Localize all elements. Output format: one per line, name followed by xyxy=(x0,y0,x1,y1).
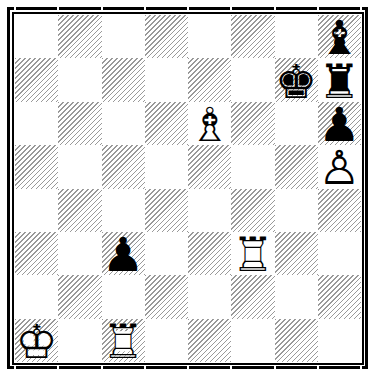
border-tick xyxy=(57,7,59,10)
square-h5[interactable]: ♟♙ xyxy=(318,145,361,188)
square-a2[interactable] xyxy=(15,275,58,318)
square-e8[interactable] xyxy=(188,15,231,58)
border-tick xyxy=(57,366,59,369)
square-h8[interactable]: ♝ xyxy=(318,15,361,58)
square-h7[interactable]: ♜ xyxy=(318,58,361,101)
square-h4[interactable] xyxy=(318,189,361,232)
piece-fill-white-king: ♚ xyxy=(15,320,58,363)
square-d7[interactable] xyxy=(145,58,188,101)
square-g2[interactable] xyxy=(275,275,318,318)
square-e7[interactable] xyxy=(188,58,231,101)
border-tick xyxy=(187,7,189,10)
square-d6[interactable] xyxy=(145,102,188,145)
square-d4[interactable] xyxy=(145,189,188,232)
square-e6[interactable]: ♝♗ xyxy=(188,102,231,145)
square-g6[interactable] xyxy=(275,102,318,145)
border-tick xyxy=(230,366,232,369)
border-tick xyxy=(187,366,189,369)
square-b1[interactable] xyxy=(58,319,101,362)
square-b5[interactable] xyxy=(58,145,101,188)
square-c6[interactable] xyxy=(102,102,145,145)
square-a1[interactable]: ♚♔ xyxy=(15,319,58,362)
square-b4[interactable] xyxy=(58,189,101,232)
square-c1[interactable]: ♜♖ xyxy=(102,319,145,362)
square-a7[interactable] xyxy=(15,58,58,101)
square-g5[interactable] xyxy=(275,145,318,188)
square-c3[interactable]: ♟ xyxy=(102,232,145,275)
border-tick xyxy=(274,7,276,10)
square-e5[interactable] xyxy=(188,145,231,188)
border-tick xyxy=(360,366,362,369)
square-e1[interactable] xyxy=(188,319,231,362)
square-d1[interactable] xyxy=(145,319,188,362)
piece-black-pawn-icon: ♟ xyxy=(318,103,361,146)
square-b2[interactable] xyxy=(58,275,101,318)
square-d5[interactable] xyxy=(145,145,188,188)
square-b7[interactable] xyxy=(58,58,101,101)
square-b8[interactable] xyxy=(58,15,101,58)
piece-fill-white-pawn: ♟ xyxy=(318,146,361,189)
piece-white-king-icon: ♔ xyxy=(15,320,58,363)
chess-diagram: ♝♚♜♝♗♟♟♙♟♜♖♚♔♜♖ xyxy=(0,0,375,376)
border-tick xyxy=(144,7,146,10)
square-d3[interactable] xyxy=(145,232,188,275)
square-c8[interactable] xyxy=(102,15,145,58)
square-f1[interactable] xyxy=(231,319,274,362)
piece-black-rook-icon: ♜ xyxy=(318,59,361,102)
border-tick xyxy=(101,366,103,369)
square-f2[interactable] xyxy=(231,275,274,318)
piece-black-king-icon: ♚ xyxy=(275,59,318,102)
square-d8[interactable] xyxy=(145,15,188,58)
square-f3[interactable]: ♜♖ xyxy=(231,232,274,275)
square-g7[interactable]: ♚ xyxy=(275,58,318,101)
piece-white-rook-icon: ♖ xyxy=(102,320,145,363)
piece-white-rook-icon: ♖ xyxy=(231,233,274,276)
square-h2[interactable] xyxy=(318,275,361,318)
border-tick xyxy=(144,366,146,369)
square-f7[interactable] xyxy=(231,58,274,101)
square-e4[interactable] xyxy=(188,189,231,232)
piece-fill-white-rook: ♜ xyxy=(102,320,145,363)
square-f6[interactable] xyxy=(231,102,274,145)
square-f4[interactable] xyxy=(231,189,274,232)
square-a4[interactable] xyxy=(15,189,58,232)
piece-black-pawn-icon: ♟ xyxy=(102,233,145,276)
piece-white-bishop-icon: ♗ xyxy=(188,103,231,146)
piece-fill-white-rook: ♜ xyxy=(231,233,274,276)
square-a5[interactable] xyxy=(15,145,58,188)
border-tick xyxy=(274,366,276,369)
square-a6[interactable] xyxy=(15,102,58,145)
square-g4[interactable] xyxy=(275,189,318,232)
piece-black-bishop-icon: ♝ xyxy=(318,16,361,59)
square-g8[interactable] xyxy=(275,15,318,58)
piece-white-pawn-icon: ♙ xyxy=(318,146,361,189)
border-tick xyxy=(230,7,232,10)
square-a3[interactable] xyxy=(15,232,58,275)
border-tick xyxy=(14,7,16,10)
square-f5[interactable] xyxy=(231,145,274,188)
square-c7[interactable] xyxy=(102,58,145,101)
square-c5[interactable] xyxy=(102,145,145,188)
board: ♝♚♜♝♗♟♟♙♟♜♖♚♔♜♖ xyxy=(15,15,361,362)
square-c4[interactable] xyxy=(102,189,145,232)
square-a8[interactable] xyxy=(15,15,58,58)
border-tick xyxy=(101,7,103,10)
border-tick xyxy=(14,366,16,369)
square-b3[interactable] xyxy=(58,232,101,275)
square-c2[interactable] xyxy=(102,275,145,318)
square-d2[interactable] xyxy=(145,275,188,318)
square-h1[interactable] xyxy=(318,319,361,362)
square-f8[interactable] xyxy=(231,15,274,58)
piece-fill-white-bishop: ♝ xyxy=(188,103,231,146)
square-e2[interactable] xyxy=(188,275,231,318)
border-tick xyxy=(317,366,319,369)
square-h3[interactable] xyxy=(318,232,361,275)
square-g3[interactable] xyxy=(275,232,318,275)
square-e3[interactable] xyxy=(188,232,231,275)
square-h6[interactable]: ♟ xyxy=(318,102,361,145)
square-b6[interactable] xyxy=(58,102,101,145)
border-tick xyxy=(360,7,362,10)
square-g1[interactable] xyxy=(275,319,318,362)
border-tick xyxy=(317,7,319,10)
